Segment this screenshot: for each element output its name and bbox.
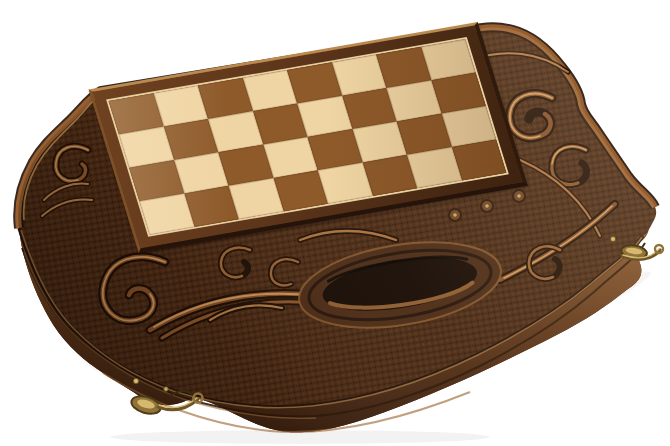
- product-photo: [0, 0, 670, 446]
- board-square: [452, 139, 507, 180]
